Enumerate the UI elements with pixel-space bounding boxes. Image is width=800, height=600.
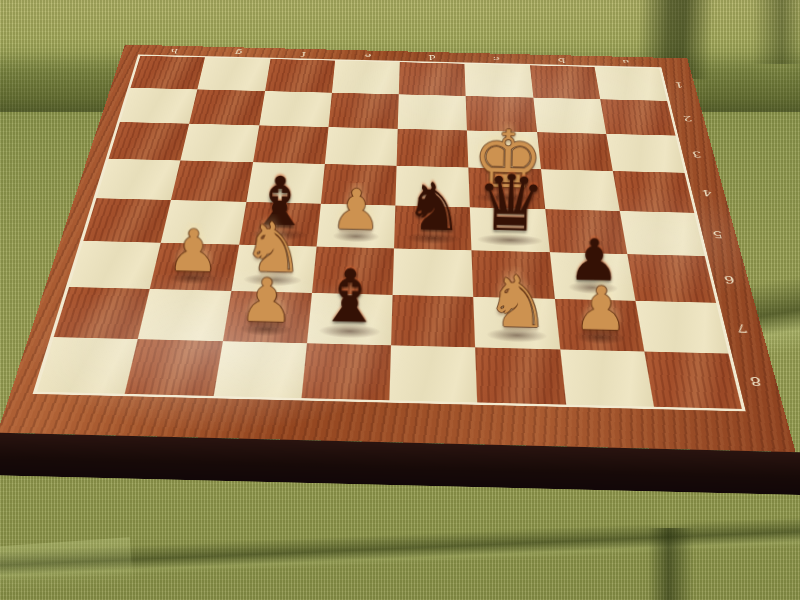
- square-e1[interactable]: [332, 61, 400, 95]
- file-label-c: c: [464, 53, 529, 65]
- file-label-f: f: [270, 48, 336, 60]
- piece-white-knight-c7[interactable]: ♞: [450, 265, 585, 339]
- file-label-a: a: [592, 56, 659, 68]
- square-g3[interactable]: [181, 124, 259, 163]
- rank-label-1: 1: [659, 69, 699, 102]
- file-label-h: h: [140, 45, 207, 57]
- square-f2[interactable]: [259, 91, 332, 127]
- square-a3[interactable]: [606, 134, 684, 173]
- square-f1[interactable]: [265, 59, 335, 93]
- square-c8[interactable]: [475, 347, 565, 404]
- file-label-b: b: [528, 54, 594, 66]
- file-label-g: g: [205, 47, 272, 59]
- square-e3[interactable]: [325, 127, 398, 166]
- square-b1[interactable]: [529, 65, 600, 99]
- square-f3[interactable]: [253, 125, 329, 164]
- square-c1[interactable]: [465, 64, 533, 98]
- square-g1[interactable]: [198, 57, 270, 91]
- file-label-e: e: [335, 50, 400, 62]
- square-d1[interactable]: [399, 62, 466, 96]
- square-h3[interactable]: [109, 122, 190, 160]
- file-label-d: d: [400, 51, 465, 63]
- square-d8[interactable]: [389, 345, 477, 402]
- square-h7[interactable]: [54, 287, 150, 339]
- square-a1[interactable]: [594, 67, 667, 101]
- chess-board: hgfedcba 12345678 ♚♛♞♟♝♟♟♞♟♟♝♞: [0, 45, 796, 453]
- photo-scene: hgfedcba 12345678 ♚♛♞♟♝♟♟♞♟♟♝♞: [0, 0, 800, 600]
- board-tilt-wrapper: hgfedcba 12345678 ♚♛♞♟♝♟♟♞♟♟♝♞: [0, 0, 800, 600]
- piece-black-bishop-e7[interactable]: ♝: [283, 259, 418, 336]
- square-h1[interactable]: [130, 56, 205, 90]
- square-b8[interactable]: [560, 349, 654, 406]
